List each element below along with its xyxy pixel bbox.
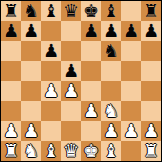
piece-white-king[interactable]: ♚: [83, 141, 99, 161]
piece-white-pawn[interactable]: ♟: [3, 121, 19, 141]
square-h1[interactable]: ♜: [141, 141, 161, 161]
square-f2[interactable]: ♟: [101, 121, 121, 141]
piece-black-queen[interactable]: ♛: [63, 1, 79, 21]
square-b8[interactable]: ♞: [21, 1, 41, 21]
square-f8[interactable]: ♝: [101, 1, 121, 21]
piece-black-pawn[interactable]: ♟: [103, 21, 119, 41]
piece-white-knight[interactable]: ♞: [103, 101, 119, 121]
square-e3[interactable]: ♟: [81, 101, 101, 121]
square-g6[interactable]: [121, 41, 141, 61]
square-b3[interactable]: [21, 101, 41, 121]
square-e2[interactable]: [81, 121, 101, 141]
piece-black-king[interactable]: ♚: [83, 1, 99, 21]
square-d4[interactable]: ♟: [61, 81, 81, 101]
piece-white-pawn[interactable]: ♟: [43, 81, 59, 101]
square-h7[interactable]: ♟: [141, 21, 161, 41]
square-a4[interactable]: [1, 81, 21, 101]
piece-black-pawn[interactable]: ♟: [63, 61, 79, 81]
square-c6[interactable]: ♟: [41, 41, 61, 61]
square-h3[interactable]: [141, 101, 161, 121]
square-g3[interactable]: [121, 101, 141, 121]
piece-black-pawn[interactable]: ♟: [23, 21, 39, 41]
piece-black-rook[interactable]: ♜: [143, 1, 159, 21]
piece-white-queen[interactable]: ♛: [63, 141, 79, 161]
piece-white-bishop[interactable]: ♝: [43, 141, 59, 161]
square-d6[interactable]: [61, 41, 81, 61]
square-a8[interactable]: ♜: [1, 1, 21, 21]
piece-black-rook[interactable]: ♜: [3, 1, 19, 21]
square-f3[interactable]: ♞: [101, 101, 121, 121]
square-a5[interactable]: [1, 61, 21, 81]
square-b6[interactable]: [21, 41, 41, 61]
piece-black-pawn[interactable]: ♟: [83, 21, 99, 41]
piece-black-bishop[interactable]: ♝: [103, 1, 119, 21]
square-a7[interactable]: ♟: [1, 21, 21, 41]
square-e5[interactable]: [81, 61, 101, 81]
piece-white-pawn[interactable]: ♟: [63, 81, 79, 101]
square-a1[interactable]: ♜: [1, 141, 21, 161]
square-d3[interactable]: [61, 101, 81, 121]
square-f1[interactable]: ♝: [101, 141, 121, 161]
piece-black-pawn[interactable]: ♟: [43, 41, 59, 61]
square-h4[interactable]: [141, 81, 161, 101]
square-b1[interactable]: ♞: [21, 141, 41, 161]
square-g4[interactable]: [121, 81, 141, 101]
square-e7[interactable]: ♟: [81, 21, 101, 41]
square-h8[interactable]: ♜: [141, 1, 161, 21]
piece-white-knight[interactable]: ♞: [23, 141, 39, 161]
square-h5[interactable]: [141, 61, 161, 81]
square-d1[interactable]: ♛: [61, 141, 81, 161]
piece-white-bishop[interactable]: ♝: [103, 141, 119, 161]
square-d5[interactable]: ♟: [61, 61, 81, 81]
square-f6[interactable]: ♞: [101, 41, 121, 61]
piece-white-rook[interactable]: ♜: [3, 141, 19, 161]
square-c5[interactable]: [41, 61, 61, 81]
square-e6[interactable]: [81, 41, 101, 61]
square-b2[interactable]: ♟: [21, 121, 41, 141]
square-c2[interactable]: [41, 121, 61, 141]
piece-black-pawn[interactable]: ♟: [143, 21, 159, 41]
square-e1[interactable]: ♚: [81, 141, 101, 161]
piece-white-pawn[interactable]: ♟: [143, 121, 159, 141]
square-e4[interactable]: [81, 81, 101, 101]
square-f4[interactable]: [101, 81, 121, 101]
piece-white-pawn[interactable]: ♟: [123, 121, 139, 141]
piece-black-pawn[interactable]: ♟: [123, 21, 139, 41]
square-h2[interactable]: ♟: [141, 121, 161, 141]
square-b7[interactable]: ♟: [21, 21, 41, 41]
square-a6[interactable]: [1, 41, 21, 61]
piece-white-pawn[interactable]: ♟: [23, 121, 39, 141]
piece-black-knight[interactable]: ♞: [23, 1, 39, 21]
square-d8[interactable]: ♛: [61, 1, 81, 21]
square-g8[interactable]: [121, 1, 141, 21]
square-a3[interactable]: [1, 101, 21, 121]
piece-white-rook[interactable]: ♜: [143, 141, 159, 161]
square-g1[interactable]: [121, 141, 141, 161]
square-c1[interactable]: ♝: [41, 141, 61, 161]
piece-black-pawn[interactable]: ♟: [3, 21, 19, 41]
piece-white-pawn[interactable]: ♟: [103, 121, 119, 141]
piece-black-bishop[interactable]: ♝: [43, 1, 59, 21]
square-c7[interactable]: [41, 21, 61, 41]
chess-board: ♜♞♝♛♚♝♜♟♟♟♟♟♟♟♞♟♟♟♟♞♟♟♟♟♟♜♞♝♛♚♝♜: [0, 0, 162, 162]
piece-black-knight[interactable]: ♞: [103, 41, 119, 61]
square-f7[interactable]: ♟: [101, 21, 121, 41]
square-d7[interactable]: [61, 21, 81, 41]
square-e8[interactable]: ♚: [81, 1, 101, 21]
square-c8[interactable]: ♝: [41, 1, 61, 21]
square-b4[interactable]: [21, 81, 41, 101]
square-c3[interactable]: [41, 101, 61, 121]
piece-white-pawn[interactable]: ♟: [83, 101, 99, 121]
square-a2[interactable]: ♟: [1, 121, 21, 141]
square-f5[interactable]: [101, 61, 121, 81]
square-d2[interactable]: [61, 121, 81, 141]
square-g5[interactable]: [121, 61, 141, 81]
square-g2[interactable]: ♟: [121, 121, 141, 141]
square-h6[interactable]: [141, 41, 161, 61]
square-b5[interactable]: [21, 61, 41, 81]
chess-board-window: ♜♞♝♛♚♝♜♟♟♟♟♟♟♟♞♟♟♟♟♞♟♟♟♟♟♜♞♝♛♚♝♜: [0, 0, 162, 162]
square-g7[interactable]: ♟: [121, 21, 141, 41]
square-c4[interactable]: ♟: [41, 81, 61, 101]
